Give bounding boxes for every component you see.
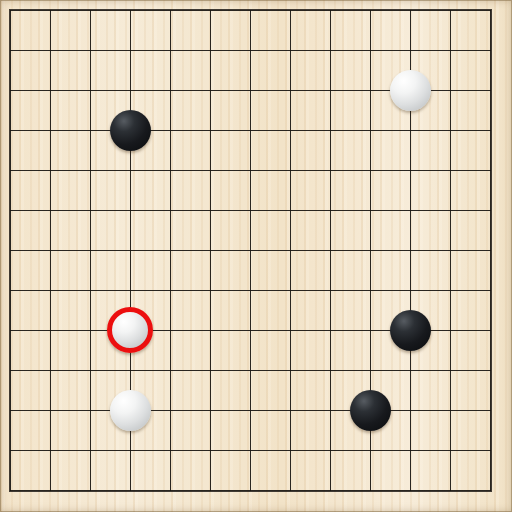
black-stone[interactable]: ●: [390, 310, 431, 351]
white-stone[interactable]: ○: [390, 70, 431, 111]
board-point-D10[interactable]: ●: [110, 110, 150, 150]
white-stone[interactable]: ○: [110, 390, 151, 431]
white-stone-last-move[interactable]: ○: [107, 307, 153, 353]
go-board[interactable]: ○●○●○●: [0, 0, 512, 512]
board-point-L11[interactable]: ○: [390, 70, 430, 110]
board-point-D5[interactable]: ○: [110, 310, 150, 350]
black-stone[interactable]: ●: [110, 110, 151, 151]
board-point-L5[interactable]: ●: [390, 310, 430, 350]
black-stone[interactable]: ●: [350, 390, 391, 431]
board-point-K3[interactable]: ●: [350, 390, 390, 430]
stone-layer: ○●○●○●: [0, 0, 510, 510]
board-point-D3[interactable]: ○: [110, 390, 150, 430]
